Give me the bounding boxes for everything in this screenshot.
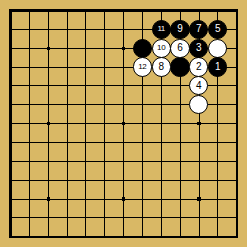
stone-number: 11 [157,25,165,33]
stone-number: 9 [177,24,183,34]
stone-number: 5 [215,24,221,34]
black-stone-move-11: 11 [152,20,171,39]
white-stone-move-8: 8 [152,57,171,76]
stone-number: 7 [196,24,202,34]
black-stone-move-5: 5 [208,20,227,39]
black-stone [133,39,152,58]
black-stone-move-7: 7 [189,20,208,39]
white-stone-move-2: 2 [189,57,208,76]
black-stone-move-9: 9 [170,20,189,39]
stone-number: 3 [196,43,202,53]
black-stone-move-1: 1 [208,57,227,76]
stone-number: 12 [138,63,146,71]
stones-layer: 123456789101112 [1,1,246,246]
white-stone-move-12: 12 [133,57,152,76]
black-stone-move-3: 3 [189,39,208,58]
stone-number: 8 [158,62,164,72]
white-stone-move-6: 6 [170,39,189,58]
stone-number: 2 [196,62,202,72]
stone-number: 1 [215,62,221,72]
white-stone-move-10: 10 [152,39,171,58]
white-stone-move-4: 4 [189,76,208,95]
stone-number: 10 [157,44,165,52]
go-board-diagram: 123456789101112 [0,0,247,247]
stone-number: 6 [177,43,183,53]
stone-number: 4 [196,81,202,91]
white-stone [189,95,208,114]
white-stone [208,39,227,58]
black-stone [170,57,189,76]
